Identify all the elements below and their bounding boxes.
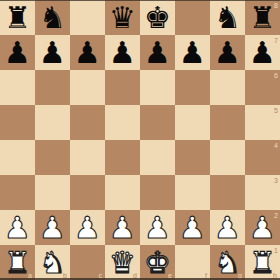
square-b1[interactable]: ♞b	[35, 245, 70, 280]
square-a3[interactable]	[0, 175, 35, 210]
square-h3[interactable]: 3	[245, 175, 280, 210]
file-label-c: c	[99, 272, 103, 279]
white-pawn[interactable]: ♟	[144, 210, 171, 245]
square-c4[interactable]	[70, 140, 105, 175]
square-c1[interactable]: c	[70, 245, 105, 280]
square-e1[interactable]: ♚e	[140, 245, 175, 280]
square-b4[interactable]	[35, 140, 70, 175]
square-f2[interactable]: ♟	[175, 210, 210, 245]
white-pawn[interactable]: ♟	[109, 210, 136, 245]
square-h7[interactable]: ♟7	[245, 35, 280, 70]
square-c8[interactable]	[70, 0, 105, 35]
square-e5[interactable]	[140, 105, 175, 140]
square-g5[interactable]	[210, 105, 245, 140]
square-h2[interactable]: ♟2	[245, 210, 280, 245]
square-h1[interactable]: ♜h1	[245, 245, 280, 280]
square-g1[interactable]: ♞g	[210, 245, 245, 280]
square-c3[interactable]	[70, 175, 105, 210]
black-pawn[interactable]: ♟	[109, 35, 136, 70]
square-h5[interactable]: 5	[245, 105, 280, 140]
square-a5[interactable]	[0, 105, 35, 140]
square-d6[interactable]	[105, 70, 140, 105]
square-b7[interactable]: ♟	[35, 35, 70, 70]
square-f4[interactable]	[175, 140, 210, 175]
square-h4[interactable]: 4	[245, 140, 280, 175]
white-knight[interactable]: ♞	[39, 245, 66, 280]
square-a4[interactable]	[0, 140, 35, 175]
square-b3[interactable]	[35, 175, 70, 210]
white-rook[interactable]: ♜	[249, 245, 276, 280]
white-pawn[interactable]: ♟	[214, 210, 241, 245]
square-a2[interactable]: ♟	[0, 210, 35, 245]
white-queen[interactable]: ♛	[109, 245, 136, 280]
square-e6[interactable]	[140, 70, 175, 105]
black-knight[interactable]: ♞	[214, 0, 241, 35]
square-g6[interactable]	[210, 70, 245, 105]
square-c2[interactable]: ♟	[70, 210, 105, 245]
black-king[interactable]: ♚	[144, 0, 171, 35]
square-f7[interactable]: ♟	[175, 35, 210, 70]
square-a8[interactable]: ♜	[0, 0, 35, 35]
square-e2[interactable]: ♟	[140, 210, 175, 245]
white-pawn[interactable]: ♟	[4, 210, 31, 245]
black-rook[interactable]: ♜	[249, 0, 276, 35]
square-e4[interactable]	[140, 140, 175, 175]
white-pawn[interactable]: ♟	[179, 210, 206, 245]
square-b2[interactable]: ♟	[35, 210, 70, 245]
square-e7[interactable]: ♟	[140, 35, 175, 70]
square-b6[interactable]	[35, 70, 70, 105]
black-pawn[interactable]: ♟	[4, 35, 31, 70]
square-g4[interactable]	[210, 140, 245, 175]
white-pawn[interactable]: ♟	[249, 210, 276, 245]
square-d8[interactable]: ♛	[105, 0, 140, 35]
square-c6[interactable]	[70, 70, 105, 105]
white-king[interactable]: ♚	[144, 245, 171, 280]
square-c7[interactable]: ♟	[70, 35, 105, 70]
square-b5[interactable]	[35, 105, 70, 140]
square-e8[interactable]: ♚	[140, 0, 175, 35]
white-knight[interactable]: ♞	[214, 245, 241, 280]
square-f8[interactable]	[175, 0, 210, 35]
black-rook[interactable]: ♜	[4, 0, 31, 35]
rank-label-5: 5	[274, 107, 278, 114]
square-h6[interactable]: 6	[245, 70, 280, 105]
square-f6[interactable]	[175, 70, 210, 105]
black-knight[interactable]: ♞	[39, 0, 66, 35]
black-pawn[interactable]: ♟	[74, 35, 101, 70]
black-queen[interactable]: ♛	[109, 0, 136, 35]
square-a7[interactable]: ♟	[0, 35, 35, 70]
square-e3[interactable]	[140, 175, 175, 210]
square-f1[interactable]: f	[175, 245, 210, 280]
square-d4[interactable]	[105, 140, 140, 175]
square-c5[interactable]	[70, 105, 105, 140]
chess-board: ♜♞♛♚♞♜8♟♟♟♟♟♟♟♟76543♟♟♟♟♟♟♟♟2♜a♞bc♛d♚ef♞…	[0, 0, 280, 280]
black-pawn[interactable]: ♟	[179, 35, 206, 70]
square-b8[interactable]: ♞	[35, 0, 70, 35]
square-a1[interactable]: ♜a	[0, 245, 35, 280]
black-pawn[interactable]: ♟	[39, 35, 66, 70]
square-d2[interactable]: ♟	[105, 210, 140, 245]
rank-label-3: 3	[274, 177, 278, 184]
square-a6[interactable]	[0, 70, 35, 105]
rank-label-4: 4	[274, 142, 278, 149]
square-d1[interactable]: ♛d	[105, 245, 140, 280]
white-pawn[interactable]: ♟	[74, 210, 101, 245]
square-g8[interactable]: ♞	[210, 0, 245, 35]
square-d3[interactable]	[105, 175, 140, 210]
white-rook[interactable]: ♜	[4, 245, 31, 280]
square-g7[interactable]: ♟	[210, 35, 245, 70]
black-pawn[interactable]: ♟	[144, 35, 171, 70]
rank-label-6: 6	[274, 72, 278, 79]
black-pawn[interactable]: ♟	[214, 35, 241, 70]
square-g3[interactable]	[210, 175, 245, 210]
square-f5[interactable]	[175, 105, 210, 140]
square-f3[interactable]	[175, 175, 210, 210]
file-label-f: f	[205, 272, 207, 279]
square-h8[interactable]: ♜8	[245, 0, 280, 35]
square-d5[interactable]	[105, 105, 140, 140]
square-g2[interactable]: ♟	[210, 210, 245, 245]
black-pawn[interactable]: ♟	[249, 35, 276, 70]
white-pawn[interactable]: ♟	[39, 210, 66, 245]
square-d7[interactable]: ♟	[105, 35, 140, 70]
